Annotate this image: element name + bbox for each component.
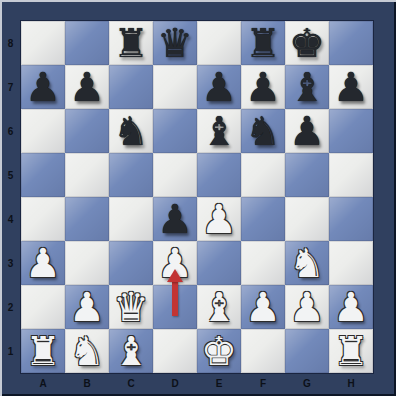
square-d8[interactable]: ♛ [153,21,197,65]
black-rook[interactable]: ♜ [245,21,281,65]
square-e6[interactable]: ♝ [197,109,241,153]
square-a7[interactable]: ♟ [21,65,65,109]
square-a8[interactable] [21,21,65,65]
file-label-c: C [109,373,153,394]
square-g7[interactable]: ♝ [285,65,329,109]
square-d5[interactable] [153,153,197,197]
black-king[interactable]: ♚ [289,21,325,65]
square-d1[interactable] [153,329,197,373]
black-bishop[interactable]: ♝ [289,65,325,109]
file-label-b: B [65,373,109,394]
square-h6[interactable] [329,109,373,153]
white-pawn[interactable]: ♟ [289,285,325,329]
rank-label-5: 5 [2,153,19,197]
square-h1[interactable]: ♜ [329,329,373,373]
square-g8[interactable]: ♚ [285,21,329,65]
square-a5[interactable] [21,153,65,197]
square-b3[interactable] [65,241,109,285]
rank-label-8: 8 [2,21,19,65]
square-f1[interactable] [241,329,285,373]
square-b5[interactable] [65,153,109,197]
square-a4[interactable] [21,197,65,241]
chess-board: ♜♛♜♚♟♟♟♟♝♟♞♝♞♟♟♟♟♟♞♟♛♝♟♟♟♜♞♝♚♜ [21,21,373,373]
white-knight[interactable]: ♞ [289,241,325,285]
square-h7[interactable]: ♟ [329,65,373,109]
square-c3[interactable] [109,241,153,285]
square-b4[interactable] [65,197,109,241]
square-e4[interactable]: ♟ [197,197,241,241]
square-f8[interactable]: ♜ [241,21,285,65]
black-pawn[interactable]: ♟ [25,65,61,109]
square-f5[interactable] [241,153,285,197]
black-pawn[interactable]: ♟ [289,109,325,153]
square-c2[interactable]: ♛ [109,285,153,329]
square-a2[interactable] [21,285,65,329]
square-b7[interactable]: ♟ [65,65,109,109]
square-g6[interactable]: ♟ [285,109,329,153]
square-e1[interactable]: ♚ [197,329,241,373]
black-knight[interactable]: ♞ [113,109,149,153]
square-e8[interactable] [197,21,241,65]
black-pawn[interactable]: ♟ [201,65,237,109]
square-d7[interactable] [153,65,197,109]
rank-label-3: 3 [2,241,19,285]
file-label-d: D [153,373,197,394]
square-f4[interactable] [241,197,285,241]
file-label-g: G [285,373,329,394]
square-c1[interactable]: ♝ [109,329,153,373]
white-pawn[interactable]: ♟ [333,285,369,329]
white-pawn[interactable]: ♟ [25,241,61,285]
square-f3[interactable] [241,241,285,285]
square-e3[interactable] [197,241,241,285]
rank-label-1: 1 [2,329,19,373]
square-h5[interactable] [329,153,373,197]
black-pawn[interactable]: ♟ [245,65,281,109]
file-label-e: E [197,373,241,394]
square-h3[interactable] [329,241,373,285]
black-queen[interactable]: ♛ [157,21,193,65]
black-rook[interactable]: ♜ [113,21,149,65]
square-b8[interactable] [65,21,109,65]
square-c4[interactable] [109,197,153,241]
square-h4[interactable] [329,197,373,241]
square-c7[interactable] [109,65,153,109]
black-bishop[interactable]: ♝ [201,109,237,153]
move-arrow-shaft [172,281,178,316]
black-pawn[interactable]: ♟ [157,197,193,241]
black-pawn[interactable]: ♟ [333,65,369,109]
rank-label-4: 4 [2,197,19,241]
square-g5[interactable] [285,153,329,197]
square-g2[interactable]: ♟ [285,285,329,329]
square-f7[interactable]: ♟ [241,65,285,109]
white-pawn[interactable]: ♟ [245,285,281,329]
white-king[interactable]: ♚ [201,329,237,373]
white-bishop[interactable]: ♝ [113,329,149,373]
square-a3[interactable]: ♟ [21,241,65,285]
black-knight[interactable]: ♞ [245,109,281,153]
file-labels: ABCDEFGH [21,373,373,394]
white-rook[interactable]: ♜ [25,329,61,373]
white-knight[interactable]: ♞ [69,329,105,373]
square-g4[interactable] [285,197,329,241]
white-bishop[interactable]: ♝ [201,285,237,329]
square-e7[interactable]: ♟ [197,65,241,109]
square-f6[interactable]: ♞ [241,109,285,153]
square-f2[interactable]: ♟ [241,285,285,329]
white-queen[interactable]: ♛ [113,285,149,329]
square-c6[interactable]: ♞ [109,109,153,153]
file-label-a: A [21,373,65,394]
square-g3[interactable]: ♞ [285,241,329,285]
rank-label-6: 6 [2,109,19,153]
square-c8[interactable]: ♜ [109,21,153,65]
file-label-f: F [241,373,285,394]
rank-label-7: 7 [2,65,19,109]
rank-label-2: 2 [2,285,19,329]
white-pawn[interactable]: ♟ [69,285,105,329]
white-rook[interactable]: ♜ [333,329,369,373]
black-pawn[interactable]: ♟ [69,65,105,109]
square-a6[interactable] [21,109,65,153]
square-g1[interactable] [285,329,329,373]
square-b6[interactable] [65,109,109,153]
square-b1[interactable]: ♞ [65,329,109,373]
square-d4[interactable]: ♟ [153,197,197,241]
square-b2[interactable]: ♟ [65,285,109,329]
white-pawn[interactable]: ♟ [201,197,237,241]
move-arrow-head [167,269,183,282]
square-c5[interactable] [109,153,153,197]
square-e2[interactable]: ♝ [197,285,241,329]
square-a1[interactable]: ♜ [21,329,65,373]
board-frame: 87654321 ABCDEFGH ♜♛♜♚♟♟♟♟♝♟♞♝♞♟♟♟♟♟♞♟♛♝… [0,0,396,396]
square-h8[interactable] [329,21,373,65]
file-label-h: H [329,373,373,394]
rank-labels: 87654321 [2,21,19,373]
square-h2[interactable]: ♟ [329,285,373,329]
square-d6[interactable] [153,109,197,153]
square-e5[interactable] [197,153,241,197]
